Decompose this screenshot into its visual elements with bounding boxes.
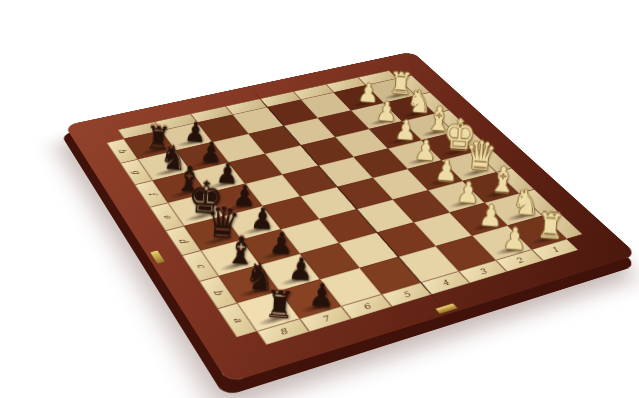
- board-frame: h♜♟♟♜g♞♟♟♞f♝♟♟♝e♚♟♟♚d♛♟♟♛c♝♟♟♝b♞♟♟♞a♜♟♟♜…: [65, 51, 638, 383]
- coordinate-letter: e: [161, 214, 173, 220]
- coordinate-letter: f: [146, 192, 157, 196]
- coordinate-number: 3: [477, 268, 489, 276]
- coordinate-number: 6: [361, 302, 373, 311]
- coordinate-letter: g: [130, 169, 142, 175]
- chess-set-photo: h♜♟♟♜g♞♟♟♞f♝♟♟♝e♚♟♟♚d♛♟♟♛c♝♟♟♝b♞♟♟♞a♜♟♟♜…: [0, 0, 639, 398]
- coordinate-number: 1: [549, 246, 561, 254]
- white-pawn-g2: ♟: [375, 98, 398, 125]
- board-grid: h♜♟♟♜g♞♟♟♞f♝♟♟♝e♚♟♟♚d♛♟♟♛c♝♟♟♝b♞♟♟♞a♜♟♟♜…: [100, 67, 594, 351]
- coordinate-number: 2: [514, 257, 526, 265]
- white-pawn-b2: ♟: [478, 200, 503, 231]
- coordinate-number: 4: [439, 279, 451, 287]
- coordinate-letter: b: [211, 289, 224, 296]
- black-rook-a8: ♜: [263, 286, 296, 326]
- white-rook-a1: ♜: [535, 209, 564, 245]
- brass-clasp: [149, 250, 166, 265]
- white-pawn-h2: ♟: [357, 80, 379, 107]
- white-pawn-c2: ♟: [455, 178, 480, 208]
- rank-label-3: 3: [459, 260, 507, 283]
- black-pawn-a7: ♟: [307, 279, 335, 313]
- white-pawn-d2: ♟: [434, 157, 458, 186]
- square-e2: ♟: [388, 140, 442, 169]
- white-knight-b1: ♞: [511, 185, 541, 221]
- white-pawn-a2: ♟: [501, 224, 527, 255]
- coordinate-number: 7: [320, 314, 332, 323]
- white-pawn-f2: ♟: [394, 117, 417, 145]
- coordinate-letter: a: [230, 316, 243, 323]
- coordinate-letter: d: [177, 237, 190, 243]
- white-pawn-e2: ♟: [413, 136, 437, 165]
- coordinate-number: 8: [277, 327, 289, 336]
- coordinate-letter: c: [194, 263, 207, 269]
- brass-hinge: [434, 303, 458, 315]
- chess-board: h♜♟♟♜g♞♟♟♞f♝♟♟♝e♚♟♟♚d♛♟♟♛c♝♟♟♝b♞♟♟♞a♜♟♟♜…: [65, 51, 638, 383]
- coordinate-number: 5: [401, 290, 413, 298]
- coordinate-letter: h: [116, 148, 127, 153]
